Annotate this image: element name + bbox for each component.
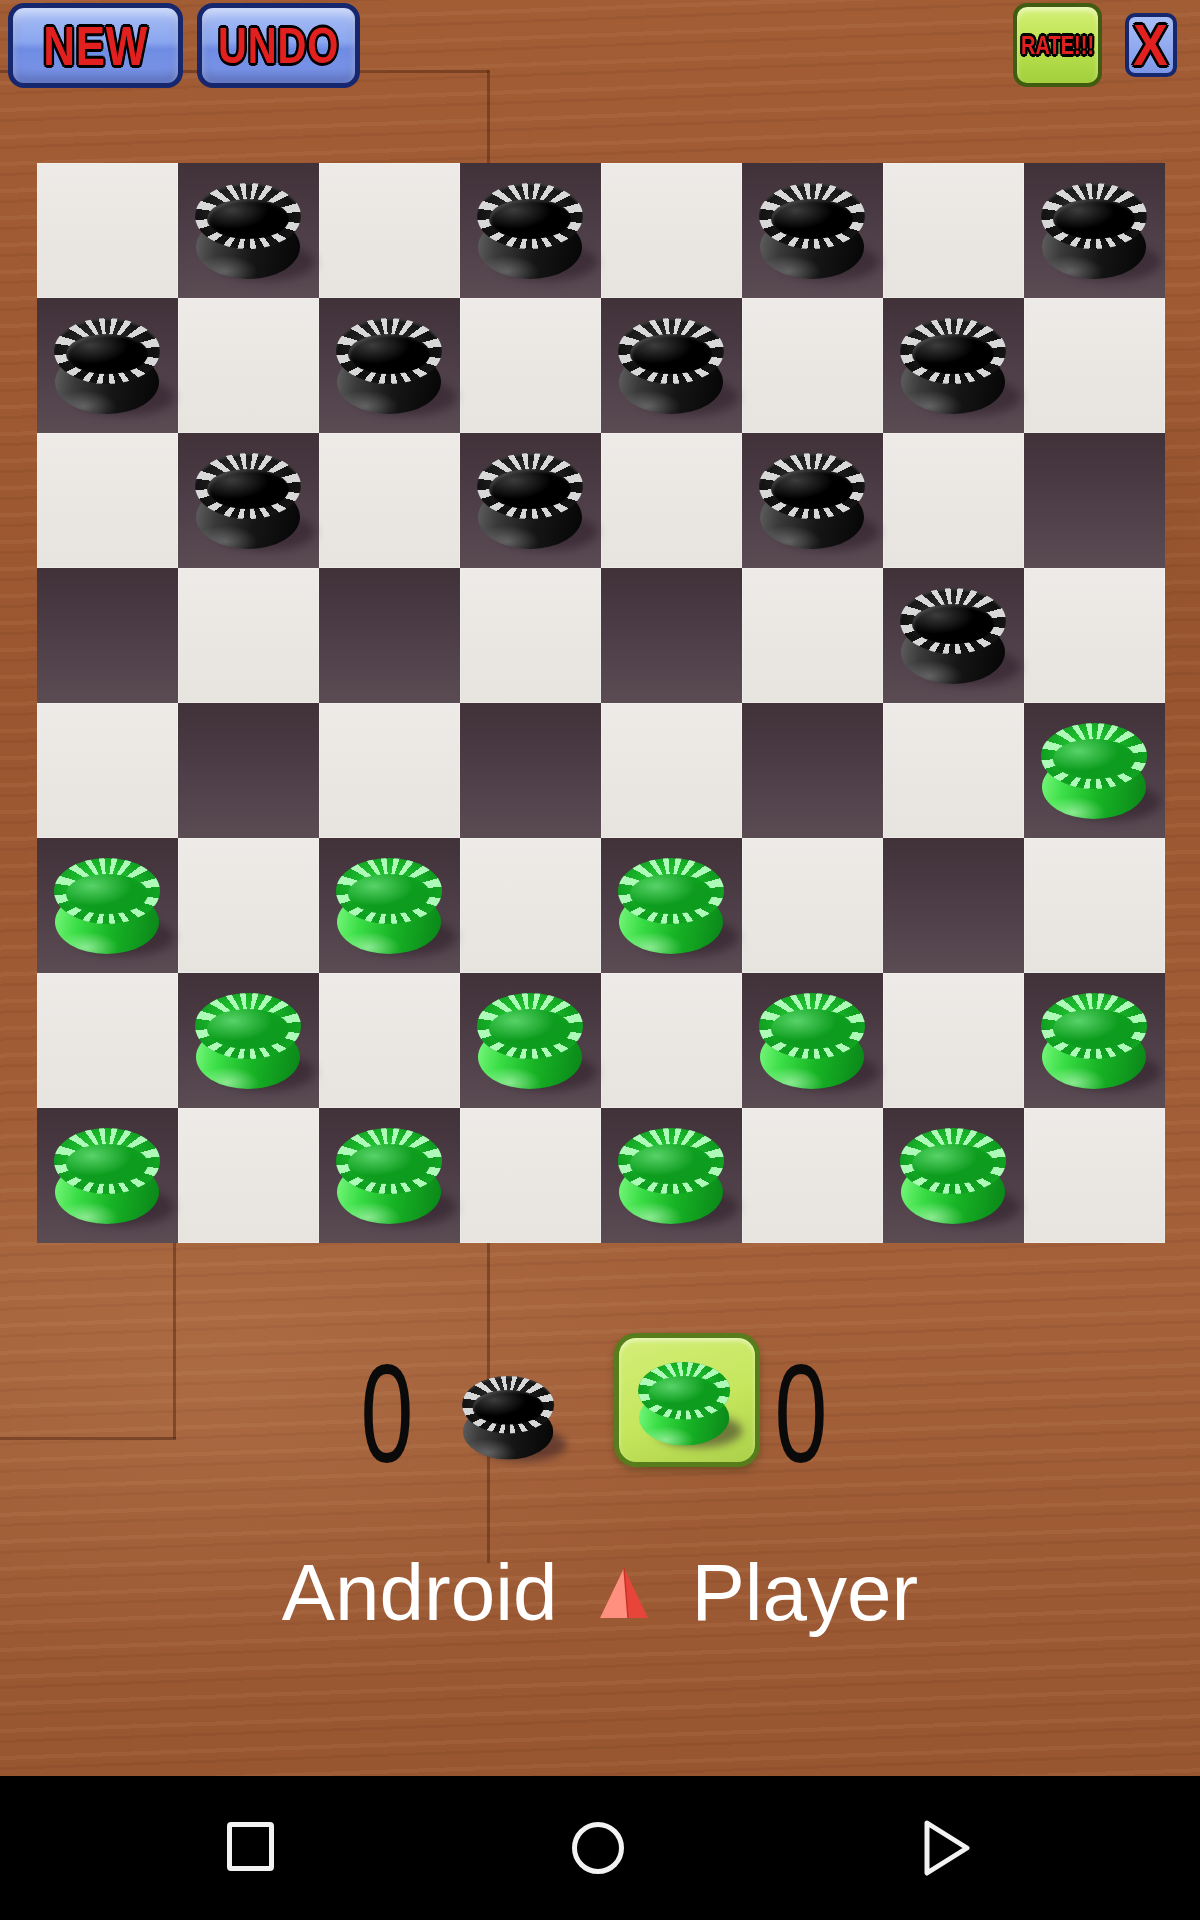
- new-game-button[interactable]: NEW: [8, 3, 183, 88]
- checkers-board[interactable]: [37, 163, 1165, 1243]
- players-row: Android Player: [0, 1545, 1200, 1641]
- wood-seam: [487, 70, 490, 163]
- new-game-label: NEW: [43, 14, 148, 78]
- square-r3c5[interactable]: [742, 568, 883, 703]
- piece-face: [348, 1144, 430, 1184]
- piece-green[interactable]: [336, 1128, 442, 1226]
- piece-face: [630, 874, 712, 914]
- piece-face: [771, 469, 853, 509]
- square-r5c3[interactable]: [460, 838, 601, 973]
- square-r4c1[interactable]: [178, 703, 319, 838]
- vs-pyramid-icon: [597, 1565, 651, 1621]
- piece-black[interactable]: [759, 183, 865, 281]
- android-score: 0: [350, 1344, 425, 1484]
- piece-black[interactable]: [900, 318, 1006, 416]
- square-r5c1[interactable]: [178, 838, 319, 973]
- piece-green[interactable]: [618, 1128, 724, 1226]
- piece-face: [912, 1144, 994, 1184]
- square-r2c6[interactable]: [883, 433, 1024, 568]
- rate-button[interactable]: RATE!!!: [1013, 3, 1102, 87]
- piece-black[interactable]: [477, 453, 583, 551]
- piece-green[interactable]: [1041, 723, 1147, 821]
- square-r3c2[interactable]: [319, 568, 460, 703]
- android-piece-icon: [462, 1376, 554, 1461]
- piece-face: [1053, 199, 1135, 239]
- piece-green[interactable]: [477, 993, 583, 1091]
- square-r4c0[interactable]: [37, 703, 178, 838]
- wood-seam: [0, 1437, 176, 1440]
- piece-black[interactable]: [195, 183, 301, 281]
- piece-black[interactable]: [477, 183, 583, 281]
- square-r4c5[interactable]: [742, 703, 883, 838]
- square-r1c1[interactable]: [178, 298, 319, 433]
- close-button[interactable]: X: [1125, 13, 1177, 77]
- square-r1c7[interactable]: [1024, 298, 1165, 433]
- piece-face: [912, 334, 994, 374]
- square-r5c5[interactable]: [742, 838, 883, 973]
- square-r4c3[interactable]: [460, 703, 601, 838]
- piece-green: [638, 1362, 730, 1447]
- piece-face: [489, 1009, 571, 1049]
- square-r6c6[interactable]: [883, 973, 1024, 1108]
- square-r7c1[interactable]: [178, 1108, 319, 1243]
- piece-face: [1053, 1009, 1135, 1049]
- piece-green[interactable]: [336, 858, 442, 956]
- piece-face: [630, 1144, 712, 1184]
- nav-back-triangle-icon[interactable]: [920, 1816, 974, 1880]
- piece-black[interactable]: [54, 318, 160, 416]
- player-label: Player: [691, 1545, 918, 1641]
- piece-face: [348, 874, 430, 914]
- piece-green[interactable]: [900, 1128, 1006, 1226]
- piece-face: [771, 1009, 853, 1049]
- turn-indicator: [614, 1333, 760, 1467]
- piece-face: [648, 1376, 719, 1411]
- square-r3c3[interactable]: [460, 568, 601, 703]
- square-r2c7[interactable]: [1024, 433, 1165, 568]
- piece-face: [472, 1390, 543, 1425]
- square-r3c4[interactable]: [601, 568, 742, 703]
- square-r0c6[interactable]: [883, 163, 1024, 298]
- piece-green[interactable]: [195, 993, 301, 1091]
- piece-face: [66, 1144, 148, 1184]
- piece-face: [630, 334, 712, 374]
- piece-face: [207, 1009, 289, 1049]
- piece-face: [348, 334, 430, 374]
- piece-black[interactable]: [195, 453, 301, 551]
- square-r7c5[interactable]: [742, 1108, 883, 1243]
- undo-label: UNDO: [218, 17, 339, 75]
- square-r6c0[interactable]: [37, 973, 178, 1108]
- square-r2c2[interactable]: [319, 433, 460, 568]
- undo-button[interactable]: UNDO: [197, 3, 360, 88]
- piece-black[interactable]: [1041, 183, 1147, 281]
- android-label: Android: [282, 1545, 558, 1641]
- piece-face: [771, 199, 853, 239]
- square-r3c7[interactable]: [1024, 568, 1165, 703]
- square-r2c0[interactable]: [37, 433, 178, 568]
- piece-face: [1053, 739, 1135, 779]
- square-r6c2[interactable]: [319, 973, 460, 1108]
- square-r0c4[interactable]: [601, 163, 742, 298]
- square-r7c7[interactable]: [1024, 1108, 1165, 1243]
- piece-face: [912, 604, 994, 644]
- square-r4c6[interactable]: [883, 703, 1024, 838]
- square-r1c5[interactable]: [742, 298, 883, 433]
- piece-face: [66, 334, 148, 374]
- square-r6c4[interactable]: [601, 973, 742, 1108]
- square-r4c2[interactable]: [319, 703, 460, 838]
- nav-home-circle-icon[interactable]: [572, 1822, 624, 1874]
- square-r1c3[interactable]: [460, 298, 601, 433]
- piece-face: [207, 469, 289, 509]
- square-r0c2[interactable]: [319, 163, 460, 298]
- square-r7c3[interactable]: [460, 1108, 601, 1243]
- wood-seam: [173, 1243, 176, 1439]
- square-r0c0[interactable]: [37, 163, 178, 298]
- piece-face: [207, 199, 289, 239]
- square-r2c4[interactable]: [601, 433, 742, 568]
- piece-green[interactable]: [618, 858, 724, 956]
- nav-square-icon[interactable]: [227, 1822, 274, 1871]
- piece-black: [462, 1376, 554, 1461]
- piece-face: [489, 199, 571, 239]
- rate-label: RATE!!!: [1021, 31, 1094, 60]
- close-x-icon: X: [1133, 20, 1169, 70]
- square-r4c4[interactable]: [601, 703, 742, 838]
- piece-green[interactable]: [54, 1128, 160, 1226]
- player-score: 0: [764, 1344, 839, 1484]
- square-r3c1[interactable]: [178, 568, 319, 703]
- piece-black[interactable]: [618, 318, 724, 416]
- piece-face: [489, 469, 571, 509]
- piece-face: [66, 874, 148, 914]
- piece-black[interactable]: [759, 453, 865, 551]
- piece-black[interactable]: [336, 318, 442, 416]
- square-r5c6[interactable]: [883, 838, 1024, 973]
- square-r5c7[interactable]: [1024, 838, 1165, 973]
- square-r3c0[interactable]: [37, 568, 178, 703]
- piece-green[interactable]: [759, 993, 865, 1091]
- piece-black[interactable]: [900, 588, 1006, 686]
- piece-green[interactable]: [1041, 993, 1147, 1091]
- piece-green[interactable]: [54, 858, 160, 956]
